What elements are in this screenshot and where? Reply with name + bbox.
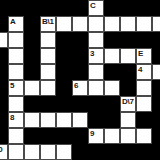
cell-r8c7[interactable] <box>104 128 120 144</box>
clue-label: 3 <box>90 49 94 58</box>
cell-r1c10[interactable] <box>152 16 160 32</box>
cell-r7c2[interactable] <box>24 112 40 128</box>
cell-r8c8[interactable] <box>120 128 136 144</box>
cell-r3c1[interactable] <box>8 48 24 64</box>
cell-r9c4[interactable] <box>56 144 72 160</box>
cell-r4c6[interactable] <box>88 64 104 80</box>
cell-r8c6[interactable]: 9 <box>88 128 104 144</box>
clue-label: 10 <box>0 145 2 154</box>
cell-r1c5[interactable] <box>72 16 88 32</box>
cell-r5c2[interactable] <box>24 80 40 96</box>
cell-r1c6[interactable] <box>88 16 104 32</box>
cell-r2c3[interactable] <box>40 32 56 48</box>
cell-r5c6[interactable] <box>88 80 104 96</box>
clue-label: D\7 <box>122 97 134 106</box>
clue-label: E <box>138 49 143 58</box>
cell-r5c7[interactable] <box>104 80 120 96</box>
clue-label: B\1 <box>42 17 54 26</box>
cell-r4c3[interactable] <box>40 64 56 80</box>
cell-r1c4[interactable] <box>56 16 72 32</box>
cell-r6c1[interactable] <box>8 96 24 112</box>
cell-r3c9[interactable]: E <box>136 48 152 64</box>
cell-r4c10[interactable] <box>152 64 160 80</box>
cell-r5c3[interactable] <box>40 80 56 96</box>
cell-r1c7[interactable] <box>104 16 120 32</box>
cell-r3c7[interactable] <box>104 48 120 64</box>
clue-label: A <box>10 17 15 26</box>
cell-r7c4[interactable] <box>56 112 72 128</box>
cell-r1c9[interactable] <box>136 16 152 32</box>
cell-r7c3[interactable] <box>40 112 56 128</box>
cell-r1c8[interactable] <box>120 16 136 32</box>
cell-r9c3[interactable] <box>40 144 56 160</box>
crossword-grid: CAB\13E456D\78910 <box>0 0 160 160</box>
cell-r1c3[interactable]: B\1 <box>40 16 56 32</box>
cell-r5c1[interactable]: 5 <box>8 80 24 96</box>
cell-r2c6[interactable] <box>88 32 104 48</box>
clue-label: 5 <box>10 81 14 90</box>
cell-r4c1[interactable] <box>8 64 24 80</box>
cell-r9c2[interactable] <box>24 144 40 160</box>
cell-r8c1[interactable] <box>8 128 24 144</box>
cell-r7c1[interactable]: 8 <box>8 112 24 128</box>
clue-label: C <box>90 1 95 10</box>
cell-r2c1[interactable] <box>8 32 24 48</box>
cell-r2c0[interactable] <box>0 32 8 48</box>
cell-r7c5[interactable] <box>72 112 88 128</box>
clue-label: 8 <box>10 113 14 122</box>
clue-label: 4 <box>138 65 142 74</box>
cell-r5c5[interactable]: 6 <box>72 80 88 96</box>
cell-r6c8[interactable]: D\7 <box>120 96 136 112</box>
cell-r0c6[interactable]: C <box>88 0 104 16</box>
cell-r7c8[interactable] <box>120 112 136 128</box>
cell-r3c3[interactable] <box>40 48 56 64</box>
cell-r1c1[interactable]: A <box>8 16 24 32</box>
cell-r9c1[interactable] <box>8 144 24 160</box>
cell-r3c6[interactable]: 3 <box>88 48 104 64</box>
cell-r9c0[interactable]: 10 <box>0 144 8 160</box>
cell-r5c9[interactable] <box>136 80 152 96</box>
cell-r6c9[interactable] <box>136 96 152 112</box>
clue-label: 9 <box>90 129 94 138</box>
cell-r8c9[interactable] <box>136 128 152 144</box>
cell-r3c8[interactable] <box>120 48 136 64</box>
clue-label: 6 <box>74 81 78 90</box>
cell-r4c9[interactable]: 4 <box>136 64 152 80</box>
